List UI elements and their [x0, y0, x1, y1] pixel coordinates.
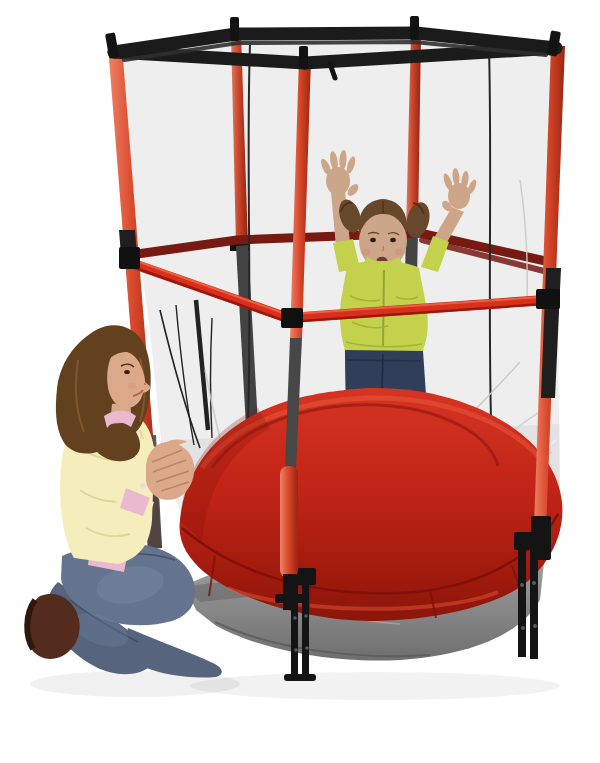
photo-canvas — [0, 0, 600, 763]
trampoline-scene — [0, 0, 600, 763]
frame-pad — [180, 388, 563, 621]
floor-shadow — [190, 672, 560, 700]
